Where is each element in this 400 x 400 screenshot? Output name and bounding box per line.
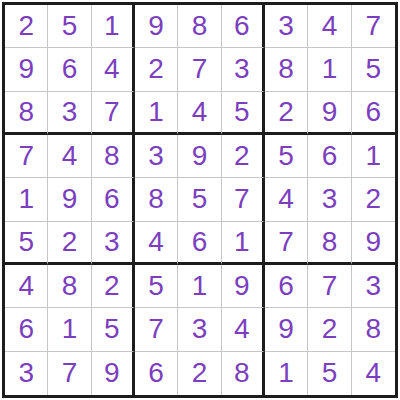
sudoku-cell-r7c2[interactable]: 8 <box>48 265 91 308</box>
sudoku-cell-r3c1[interactable]: 8 <box>5 92 48 135</box>
sudoku-cell-r4c9[interactable]: 1 <box>352 135 395 178</box>
sudoku-cell-r9c8[interactable]: 5 <box>308 352 351 395</box>
sudoku-cell-r5c8[interactable]: 3 <box>308 178 351 221</box>
sudoku-cell-r3c6[interactable]: 5 <box>222 92 265 135</box>
sudoku-cell-r5c1[interactable]: 1 <box>5 178 48 221</box>
sudoku-cell-r8c5[interactable]: 3 <box>178 308 221 351</box>
sudoku-cell-r2c3[interactable]: 4 <box>92 48 135 91</box>
sudoku-cell-r4c4[interactable]: 3 <box>135 135 178 178</box>
sudoku-cell-r5c7[interactable]: 4 <box>265 178 308 221</box>
sudoku-cell-r6c5[interactable]: 6 <box>178 222 221 265</box>
sudoku-cell-r4c1[interactable]: 7 <box>5 135 48 178</box>
sudoku-cell-r8c2[interactable]: 1 <box>48 308 91 351</box>
sudoku-cell-r7c4[interactable]: 5 <box>135 265 178 308</box>
sudoku-cell-r2c4[interactable]: 2 <box>135 48 178 91</box>
sudoku-cell-r1c5[interactable]: 8 <box>178 5 221 48</box>
sudoku-cell-r8c6[interactable]: 4 <box>222 308 265 351</box>
sudoku-cell-r7c9[interactable]: 3 <box>352 265 395 308</box>
sudoku-board-wrapper: 2519863479642738158371452967483925611968… <box>0 0 400 400</box>
sudoku-cell-r7c6[interactable]: 9 <box>222 265 265 308</box>
sudoku-cell-r2c8[interactable]: 1 <box>308 48 351 91</box>
sudoku-cell-r7c7[interactable]: 6 <box>265 265 308 308</box>
sudoku-cell-r8c3[interactable]: 5 <box>92 308 135 351</box>
sudoku-cell-r6c4[interactable]: 4 <box>135 222 178 265</box>
sudoku-cell-r5c6[interactable]: 7 <box>222 178 265 221</box>
sudoku-cell-r1c4[interactable]: 9 <box>135 5 178 48</box>
sudoku-cell-r1c2[interactable]: 5 <box>48 5 91 48</box>
sudoku-cell-r7c3[interactable]: 2 <box>92 265 135 308</box>
sudoku-cell-r9c4[interactable]: 6 <box>135 352 178 395</box>
sudoku-cell-r4c5[interactable]: 9 <box>178 135 221 178</box>
sudoku-cell-r3c7[interactable]: 2 <box>265 92 308 135</box>
sudoku-cell-r8c4[interactable]: 7 <box>135 308 178 351</box>
sudoku-cell-r9c1[interactable]: 3 <box>5 352 48 395</box>
sudoku-cell-r8c1[interactable]: 6 <box>5 308 48 351</box>
sudoku-cell-r1c6[interactable]: 6 <box>222 5 265 48</box>
sudoku-cell-r1c8[interactable]: 4 <box>308 5 351 48</box>
sudoku-cell-r7c1[interactable]: 4 <box>5 265 48 308</box>
sudoku-cell-r7c5[interactable]: 1 <box>178 265 221 308</box>
sudoku-cell-r2c2[interactable]: 6 <box>48 48 91 91</box>
sudoku-cell-r9c6[interactable]: 8 <box>222 352 265 395</box>
sudoku-cell-r1c3[interactable]: 1 <box>92 5 135 48</box>
sudoku-cell-r9c9[interactable]: 4 <box>352 352 395 395</box>
sudoku-cell-r2c1[interactable]: 9 <box>5 48 48 91</box>
sudoku-cell-r6c8[interactable]: 8 <box>308 222 351 265</box>
sudoku-cell-r4c6[interactable]: 2 <box>222 135 265 178</box>
sudoku-cell-r6c6[interactable]: 1 <box>222 222 265 265</box>
sudoku-cell-r6c1[interactable]: 5 <box>5 222 48 265</box>
sudoku-cell-r5c5[interactable]: 5 <box>178 178 221 221</box>
sudoku-cell-r3c9[interactable]: 6 <box>352 92 395 135</box>
sudoku-cell-r3c2[interactable]: 3 <box>48 92 91 135</box>
sudoku-cell-r2c7[interactable]: 8 <box>265 48 308 91</box>
sudoku-cell-r3c5[interactable]: 4 <box>178 92 221 135</box>
sudoku-cell-r2c6[interactable]: 3 <box>222 48 265 91</box>
sudoku-cell-r7c8[interactable]: 7 <box>308 265 351 308</box>
sudoku-cell-r9c7[interactable]: 1 <box>265 352 308 395</box>
sudoku-cell-r1c1[interactable]: 2 <box>5 5 48 48</box>
sudoku-cell-r9c5[interactable]: 2 <box>178 352 221 395</box>
sudoku-cell-r5c9[interactable]: 2 <box>352 178 395 221</box>
sudoku-cell-r9c3[interactable]: 9 <box>92 352 135 395</box>
sudoku-cell-r4c7[interactable]: 5 <box>265 135 308 178</box>
sudoku-cell-r8c7[interactable]: 9 <box>265 308 308 351</box>
sudoku-cell-r4c2[interactable]: 4 <box>48 135 91 178</box>
sudoku-cell-r3c3[interactable]: 7 <box>92 92 135 135</box>
sudoku-cell-r2c9[interactable]: 5 <box>352 48 395 91</box>
sudoku-cell-r8c8[interactable]: 2 <box>308 308 351 351</box>
sudoku-board: 2519863479642738158371452967483925611968… <box>2 2 398 398</box>
sudoku-cell-r5c3[interactable]: 6 <box>92 178 135 221</box>
sudoku-cell-r8c9[interactable]: 8 <box>352 308 395 351</box>
sudoku-cell-r3c8[interactable]: 9 <box>308 92 351 135</box>
sudoku-cell-r6c9[interactable]: 9 <box>352 222 395 265</box>
sudoku-cell-r9c2[interactable]: 7 <box>48 352 91 395</box>
sudoku-cell-r4c8[interactable]: 6 <box>308 135 351 178</box>
sudoku-cell-r1c9[interactable]: 7 <box>352 5 395 48</box>
sudoku-cell-r6c7[interactable]: 7 <box>265 222 308 265</box>
sudoku-cell-r5c2[interactable]: 9 <box>48 178 91 221</box>
sudoku-cell-r4c3[interactable]: 8 <box>92 135 135 178</box>
sudoku-cell-r1c7[interactable]: 3 <box>265 5 308 48</box>
sudoku-cell-r3c4[interactable]: 1 <box>135 92 178 135</box>
sudoku-cell-r6c2[interactable]: 2 <box>48 222 91 265</box>
sudoku-cell-r5c4[interactable]: 8 <box>135 178 178 221</box>
sudoku-cell-r2c5[interactable]: 7 <box>178 48 221 91</box>
sudoku-cell-r6c3[interactable]: 3 <box>92 222 135 265</box>
